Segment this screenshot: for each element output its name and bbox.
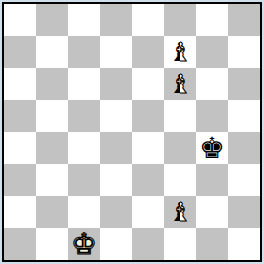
square-h2 bbox=[228, 196, 260, 228]
square-e2 bbox=[132, 196, 164, 228]
square-f2: ♝♝ bbox=[164, 196, 196, 228]
square-b8 bbox=[36, 4, 68, 36]
square-e4 bbox=[132, 132, 164, 164]
square-c3 bbox=[68, 164, 100, 196]
square-a6 bbox=[4, 68, 36, 100]
piece-neutral-bishop: ♝♝ bbox=[164, 68, 196, 100]
square-h1 bbox=[228, 228, 260, 260]
square-c4 bbox=[68, 132, 100, 164]
square-a2 bbox=[4, 196, 36, 228]
square-d8 bbox=[100, 4, 132, 36]
square-g7 bbox=[196, 36, 228, 68]
square-d2 bbox=[100, 196, 132, 228]
square-d4 bbox=[100, 132, 132, 164]
piece-black-king: ♚ bbox=[196, 132, 228, 164]
black-king-glyph: ♚ bbox=[196, 132, 228, 164]
square-b4 bbox=[36, 132, 68, 164]
diagram-frame: ♝♝♝♝♚♝♝♚ bbox=[0, 0, 264, 264]
square-d5 bbox=[100, 100, 132, 132]
chess-board: ♝♝♝♝♚♝♝♚ bbox=[2, 2, 262, 262]
square-h6 bbox=[228, 68, 260, 100]
square-g2 bbox=[196, 196, 228, 228]
square-e3 bbox=[132, 164, 164, 196]
square-f3 bbox=[164, 164, 196, 196]
square-b5 bbox=[36, 100, 68, 132]
square-b7 bbox=[36, 36, 68, 68]
square-f6: ♝♝ bbox=[164, 68, 196, 100]
square-h3 bbox=[228, 164, 260, 196]
square-b6 bbox=[36, 68, 68, 100]
square-g1 bbox=[196, 228, 228, 260]
square-c5 bbox=[68, 100, 100, 132]
square-d6 bbox=[100, 68, 132, 100]
square-e8 bbox=[132, 4, 164, 36]
square-f8 bbox=[164, 4, 196, 36]
square-b3 bbox=[36, 164, 68, 196]
square-a4 bbox=[4, 132, 36, 164]
square-b1 bbox=[36, 228, 68, 260]
square-c2 bbox=[68, 196, 100, 228]
square-a8 bbox=[4, 4, 36, 36]
square-d3 bbox=[100, 164, 132, 196]
square-f4 bbox=[164, 132, 196, 164]
square-c6 bbox=[68, 68, 100, 100]
square-g6 bbox=[196, 68, 228, 100]
square-h7 bbox=[228, 36, 260, 68]
square-e1 bbox=[132, 228, 164, 260]
square-d7 bbox=[100, 36, 132, 68]
square-h5 bbox=[228, 100, 260, 132]
square-b2 bbox=[36, 196, 68, 228]
square-c1: ♚ bbox=[68, 228, 100, 260]
square-d1 bbox=[100, 228, 132, 260]
square-e5 bbox=[132, 100, 164, 132]
square-f1 bbox=[164, 228, 196, 260]
piece-neutral-bishop: ♝♝ bbox=[164, 196, 196, 228]
square-e6 bbox=[132, 68, 164, 100]
square-g4: ♚ bbox=[196, 132, 228, 164]
square-a3 bbox=[4, 164, 36, 196]
piece-white-king: ♚ bbox=[68, 228, 100, 260]
square-f7: ♝♝ bbox=[164, 36, 196, 68]
white-king-glyph: ♚ bbox=[68, 228, 100, 260]
square-g8 bbox=[196, 4, 228, 36]
square-g5 bbox=[196, 100, 228, 132]
square-h4 bbox=[228, 132, 260, 164]
square-f5 bbox=[164, 100, 196, 132]
square-a7 bbox=[4, 36, 36, 68]
square-a5 bbox=[4, 100, 36, 132]
piece-neutral-bishop: ♝♝ bbox=[164, 36, 196, 68]
square-g3 bbox=[196, 164, 228, 196]
square-c7 bbox=[68, 36, 100, 68]
square-e7 bbox=[132, 36, 164, 68]
square-a1 bbox=[4, 228, 36, 260]
square-h8 bbox=[228, 4, 260, 36]
square-c8 bbox=[68, 4, 100, 36]
